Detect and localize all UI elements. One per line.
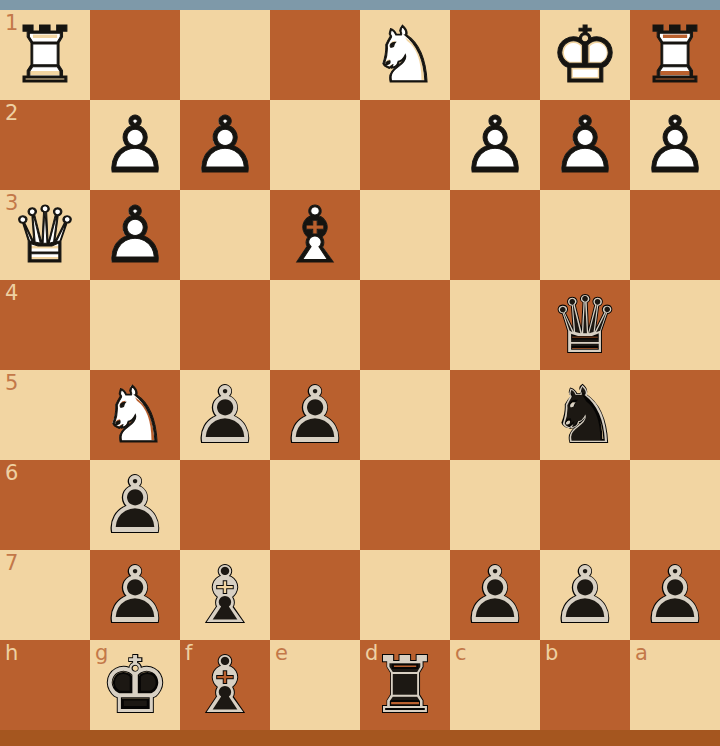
- square-b5[interactable]: ♞♘: [540, 370, 630, 460]
- white-pawn[interactable]: ♟♙: [90, 190, 180, 280]
- square-e2[interactable]: [270, 100, 360, 190]
- square-e3[interactable]: ♝♗: [270, 190, 360, 280]
- square-g4[interactable]: [90, 280, 180, 370]
- square-f7[interactable]: ♝♗: [180, 550, 270, 640]
- white-knight[interactable]: ♞♘: [360, 10, 450, 100]
- square-b3[interactable]: [540, 190, 630, 280]
- square-d4[interactable]: [360, 280, 450, 370]
- square-b8[interactable]: b: [540, 640, 630, 730]
- square-b6[interactable]: [540, 460, 630, 550]
- black-pawn[interactable]: ♟♙: [540, 550, 630, 640]
- square-a8[interactable]: a: [630, 640, 720, 730]
- square-c6[interactable]: [450, 460, 540, 550]
- black-pawn[interactable]: ♟♙: [180, 370, 270, 460]
- black-pawn[interactable]: ♟♙: [90, 550, 180, 640]
- square-g7[interactable]: ♟♙: [90, 550, 180, 640]
- square-g8[interactable]: g♚♔: [90, 640, 180, 730]
- black-bishop-outline: ♗: [180, 640, 270, 730]
- coord-rank-7: 7: [5, 551, 18, 575]
- white-pawn-outline: ♙: [450, 100, 540, 190]
- square-d7[interactable]: [360, 550, 450, 640]
- white-knight-outline: ♘: [360, 10, 450, 100]
- white-pawn[interactable]: ♟♙: [90, 100, 180, 190]
- square-a6[interactable]: [630, 460, 720, 550]
- square-f1[interactable]: [180, 10, 270, 100]
- square-h5[interactable]: 5: [0, 370, 90, 460]
- square-f6[interactable]: [180, 460, 270, 550]
- square-c3[interactable]: [450, 190, 540, 280]
- white-rook-outline: ♖: [0, 10, 90, 100]
- black-pawn-outline: ♙: [630, 550, 720, 640]
- square-c1[interactable]: [450, 10, 540, 100]
- square-b2[interactable]: ♟♙: [540, 100, 630, 190]
- black-queen[interactable]: ♛♕: [540, 280, 630, 370]
- top-bar: [0, 0, 720, 10]
- square-h2[interactable]: 2: [0, 100, 90, 190]
- square-f8[interactable]: f♝♗: [180, 640, 270, 730]
- square-g5[interactable]: ♞♘: [90, 370, 180, 460]
- white-king-outline: ♔: [540, 10, 630, 100]
- black-rook-outline: ♖: [360, 640, 450, 730]
- bottom-bar: [0, 730, 720, 746]
- square-e4[interactable]: [270, 280, 360, 370]
- black-bishop[interactable]: ♝♗: [180, 640, 270, 730]
- square-h8[interactable]: h: [0, 640, 90, 730]
- coord-rank-6: 6: [5, 461, 18, 485]
- black-queen-outline: ♕: [540, 280, 630, 370]
- coord-file-e: e: [275, 641, 288, 665]
- square-g1[interactable]: [90, 10, 180, 100]
- square-e6[interactable]: [270, 460, 360, 550]
- white-pawn-outline: ♙: [90, 190, 180, 280]
- white-pawn[interactable]: ♟♙: [630, 100, 720, 190]
- square-f3[interactable]: [180, 190, 270, 280]
- white-pawn[interactable]: ♟♙: [180, 100, 270, 190]
- square-b1[interactable]: ♚♔: [540, 10, 630, 100]
- square-d3[interactable]: [360, 190, 450, 280]
- square-f5[interactable]: ♟♙: [180, 370, 270, 460]
- black-pawn-outline: ♙: [90, 550, 180, 640]
- square-a1[interactable]: ♜♖: [630, 10, 720, 100]
- black-pawn[interactable]: ♟♙: [270, 370, 360, 460]
- square-a7[interactable]: ♟♙: [630, 550, 720, 640]
- black-pawn-outline: ♙: [450, 550, 540, 640]
- black-knight[interactable]: ♞♘: [540, 370, 630, 460]
- black-pawn[interactable]: ♟♙: [450, 550, 540, 640]
- app-screen: 1♜♖♞♘♚♔♜♖2♟♙♟♙♟♙♟♙♟♙3♛♕♟♙♝♗4♛♕5♞♘♟♙♟♙♞♘6…: [0, 0, 720, 746]
- square-c7[interactable]: ♟♙: [450, 550, 540, 640]
- black-pawn-outline: ♙: [540, 550, 630, 640]
- white-pawn-outline: ♙: [180, 100, 270, 190]
- white-pawn-outline: ♙: [630, 100, 720, 190]
- square-e8[interactable]: e: [270, 640, 360, 730]
- square-c4[interactable]: [450, 280, 540, 370]
- coord-rank-5: 5: [5, 371, 18, 395]
- square-g3[interactable]: ♟♙: [90, 190, 180, 280]
- coord-rank-2: 2: [5, 101, 18, 125]
- coord-rank-4: 4: [5, 281, 18, 305]
- square-h3[interactable]: 3♛♕: [0, 190, 90, 280]
- square-c5[interactable]: [450, 370, 540, 460]
- coord-file-b: b: [545, 641, 558, 665]
- white-knight-outline: ♘: [90, 370, 180, 460]
- black-pawn[interactable]: ♟♙: [90, 460, 180, 550]
- square-g6[interactable]: ♟♙: [90, 460, 180, 550]
- black-king-outline: ♔: [90, 640, 180, 730]
- white-queen-outline: ♕: [0, 190, 90, 280]
- square-a5[interactable]: [630, 370, 720, 460]
- coord-file-c: c: [455, 641, 467, 665]
- black-knight-outline: ♘: [540, 370, 630, 460]
- square-e1[interactable]: [270, 10, 360, 100]
- white-rook[interactable]: ♜♖: [0, 10, 90, 100]
- square-e5[interactable]: ♟♙: [270, 370, 360, 460]
- square-g2[interactable]: ♟♙: [90, 100, 180, 190]
- square-d5[interactable]: [360, 370, 450, 460]
- black-pawn[interactable]: ♟♙: [630, 550, 720, 640]
- square-d8[interactable]: d♜♖: [360, 640, 450, 730]
- chess-board: 1♜♖♞♘♚♔♜♖2♟♙♟♙♟♙♟♙♟♙3♛♕♟♙♝♗4♛♕5♞♘♟♙♟♙♞♘6…: [0, 10, 720, 730]
- black-bishop-outline: ♗: [180, 550, 270, 640]
- black-bishop[interactable]: ♝♗: [180, 550, 270, 640]
- square-c8[interactable]: c: [450, 640, 540, 730]
- square-e7[interactable]: [270, 550, 360, 640]
- square-f4[interactable]: [180, 280, 270, 370]
- coord-file-a: a: [635, 641, 648, 665]
- square-f2[interactable]: ♟♙: [180, 100, 270, 190]
- white-pawn[interactable]: ♟♙: [540, 100, 630, 190]
- white-bishop-outline: ♗: [270, 190, 360, 280]
- square-a3[interactable]: [630, 190, 720, 280]
- white-pawn[interactable]: ♟♙: [450, 100, 540, 190]
- square-d1[interactable]: ♞♘: [360, 10, 450, 100]
- coord-file-h: h: [5, 641, 18, 665]
- white-pawn-outline: ♙: [90, 100, 180, 190]
- white-queen[interactable]: ♛♕: [0, 190, 90, 280]
- square-h1[interactable]: 1♜♖: [0, 10, 90, 100]
- square-h6[interactable]: 6: [0, 460, 90, 550]
- square-h7[interactable]: 7: [0, 550, 90, 640]
- white-pawn-outline: ♙: [540, 100, 630, 190]
- black-pawn-outline: ♙: [270, 370, 360, 460]
- square-d2[interactable]: [360, 100, 450, 190]
- white-bishop[interactable]: ♝♗: [270, 190, 360, 280]
- black-pawn-outline: ♙: [180, 370, 270, 460]
- square-a4[interactable]: [630, 280, 720, 370]
- square-a2[interactable]: ♟♙: [630, 100, 720, 190]
- white-king[interactable]: ♚♔: [540, 10, 630, 100]
- black-king[interactable]: ♚♔: [90, 640, 180, 730]
- black-rook[interactable]: ♜♖: [360, 640, 450, 730]
- white-rook-outline: ♖: [630, 10, 720, 100]
- square-h4[interactable]: 4: [0, 280, 90, 370]
- black-pawn-outline: ♙: [90, 460, 180, 550]
- white-knight[interactable]: ♞♘: [90, 370, 180, 460]
- square-d6[interactable]: [360, 460, 450, 550]
- square-b4[interactable]: ♛♕: [540, 280, 630, 370]
- white-rook[interactable]: ♜♖: [630, 10, 720, 100]
- square-b7[interactable]: ♟♙: [540, 550, 630, 640]
- square-c2[interactable]: ♟♙: [450, 100, 540, 190]
